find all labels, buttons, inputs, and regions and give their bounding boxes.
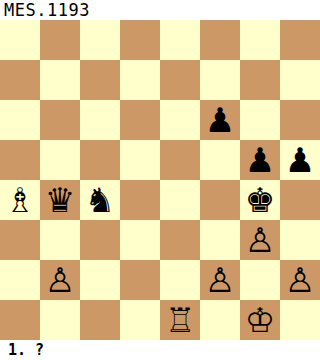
square-f7[interactable] [200,60,240,100]
square-f2[interactable]: ♙ [200,260,240,300]
square-h1[interactable] [280,300,320,340]
square-e7[interactable] [160,60,200,100]
square-b7[interactable] [40,60,80,100]
square-f5[interactable] [200,140,240,180]
black-pawn-f6[interactable]: ♟ [200,100,240,140]
square-e2[interactable] [160,260,200,300]
square-g2[interactable] [240,260,280,300]
puzzle-title: MES.1193 [0,0,90,20]
white-king-g1[interactable]: ♔ [240,300,280,340]
square-f8[interactable] [200,20,240,60]
square-h4[interactable] [280,180,320,220]
square-e1[interactable]: ♖ [160,300,200,340]
square-e6[interactable] [160,100,200,140]
square-c5[interactable] [80,140,120,180]
square-e8[interactable] [160,20,200,60]
square-d8[interactable] [120,20,160,60]
square-e5[interactable] [160,140,200,180]
black-pawn-g5[interactable]: ♟ [240,140,280,180]
chess-puzzle-window: MES.1193 ♟♟♟♗♛♞♚♙♙♙♙♖♔ 1. ? [0,0,320,360]
square-f6[interactable]: ♟ [200,100,240,140]
square-c2[interactable] [80,260,120,300]
square-c4[interactable]: ♞ [80,180,120,220]
square-a7[interactable] [0,60,40,100]
square-d2[interactable] [120,260,160,300]
square-a2[interactable] [0,260,40,300]
square-f1[interactable] [200,300,240,340]
square-c7[interactable] [80,60,120,100]
square-g1[interactable]: ♔ [240,300,280,340]
square-g6[interactable] [240,100,280,140]
square-c1[interactable] [80,300,120,340]
white-pawn-f2[interactable]: ♙ [200,260,240,300]
square-d5[interactable] [120,140,160,180]
square-b2[interactable]: ♙ [40,260,80,300]
square-a8[interactable] [0,20,40,60]
square-b1[interactable] [40,300,80,340]
square-a3[interactable] [0,220,40,260]
puzzle-header: MES.1193 [0,0,320,20]
chess-board: ♟♟♟♗♛♞♚♙♙♙♙♖♔ [0,20,320,340]
square-h5[interactable]: ♟ [280,140,320,180]
white-pawn-g3[interactable]: ♙ [240,220,280,260]
square-h7[interactable] [280,60,320,100]
black-king-g4[interactable]: ♚ [240,180,280,220]
square-h8[interactable] [280,20,320,60]
square-a1[interactable] [0,300,40,340]
square-g8[interactable] [240,20,280,60]
square-d4[interactable] [120,180,160,220]
square-g7[interactable] [240,60,280,100]
square-h3[interactable] [280,220,320,260]
square-e4[interactable] [160,180,200,220]
white-pawn-b2[interactable]: ♙ [40,260,80,300]
square-d6[interactable] [120,100,160,140]
square-c3[interactable] [80,220,120,260]
square-h6[interactable] [280,100,320,140]
square-b5[interactable] [40,140,80,180]
square-f4[interactable] [200,180,240,220]
puzzle-footer: 1. ? [0,340,320,360]
square-g3[interactable]: ♙ [240,220,280,260]
square-b4[interactable]: ♛ [40,180,80,220]
square-a4[interactable]: ♗ [0,180,40,220]
square-c8[interactable] [80,20,120,60]
square-d7[interactable] [120,60,160,100]
square-b6[interactable] [40,100,80,140]
white-bishop-a4[interactable]: ♗ [0,180,40,220]
white-rook-e1[interactable]: ♖ [160,300,200,340]
move-prompt: 1. ? [0,340,44,360]
square-b8[interactable] [40,20,80,60]
square-a6[interactable] [0,100,40,140]
square-d1[interactable] [120,300,160,340]
white-pawn-h2[interactable]: ♙ [280,260,320,300]
square-g4[interactable]: ♚ [240,180,280,220]
black-queen-b4[interactable]: ♛ [40,180,80,220]
square-b3[interactable] [40,220,80,260]
square-f3[interactable] [200,220,240,260]
black-pawn-h5[interactable]: ♟ [280,140,320,180]
square-g5[interactable]: ♟ [240,140,280,180]
square-c6[interactable] [80,100,120,140]
square-a5[interactable] [0,140,40,180]
square-e3[interactable] [160,220,200,260]
square-d3[interactable] [120,220,160,260]
square-h2[interactable]: ♙ [280,260,320,300]
black-knight-c4[interactable]: ♞ [80,180,120,220]
